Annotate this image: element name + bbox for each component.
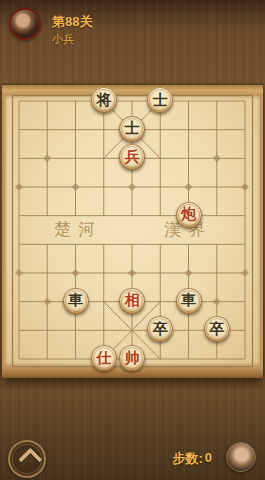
move-counter: 步数: 0 xyxy=(172,450,212,468)
river-label-left: 楚河 xyxy=(54,218,102,241)
piece-black-chariot[interactable]: 車 xyxy=(176,288,202,314)
piece-glyph: 卒 xyxy=(147,316,173,342)
level-subtitle: 小兵 xyxy=(52,32,74,47)
piece-glyph: 兵 xyxy=(119,144,145,170)
piece-red-general[interactable]: 帅 xyxy=(119,345,145,371)
move-counter-value: 0 xyxy=(205,450,212,468)
game-screen: 第88关 小兵 楚河 漢界 将士士兵炮車相車卒卒仕帅 步数: 0 xyxy=(0,0,265,480)
chevron-up-icon xyxy=(18,447,42,471)
piece-glyph: 将 xyxy=(91,87,117,113)
piece-glyph: 炮 xyxy=(176,202,202,228)
piece-red-soldier[interactable]: 兵 xyxy=(119,144,145,170)
piece-red-advisor[interactable]: 仕 xyxy=(91,345,117,371)
piece-red-elephant[interactable]: 相 xyxy=(119,288,145,314)
piece-red-cannon[interactable]: 炮 xyxy=(176,202,202,228)
piece-glyph: 帅 xyxy=(119,345,145,371)
piece-black-general[interactable]: 将 xyxy=(91,87,117,113)
piece-black-soldier[interactable]: 卒 xyxy=(147,316,173,342)
piece-glyph: 相 xyxy=(119,288,145,314)
piece-glyph: 車 xyxy=(63,288,89,314)
piece-glyph: 仕 xyxy=(91,345,117,371)
piece-black-advisor[interactable]: 士 xyxy=(147,87,173,113)
piece-glyph: 士 xyxy=(119,116,145,142)
piece-black-advisor[interactable]: 士 xyxy=(119,116,145,142)
expand-menu-button[interactable] xyxy=(8,440,46,478)
piece-glyph: 士 xyxy=(147,87,173,113)
player-avatar[interactable] xyxy=(9,8,41,40)
piece-glyph: 車 xyxy=(176,288,202,314)
opponent-avatar[interactable] xyxy=(226,442,256,472)
piece-glyph: 卒 xyxy=(204,316,230,342)
piece-black-soldier[interactable]: 卒 xyxy=(204,316,230,342)
level-title: 第88关 xyxy=(52,13,92,31)
xiangqi-board: 楚河 漢界 将士士兵炮車相車卒卒仕帅 xyxy=(2,85,263,378)
move-counter-label: 步数: xyxy=(172,450,202,468)
piece-black-chariot[interactable]: 車 xyxy=(63,288,89,314)
